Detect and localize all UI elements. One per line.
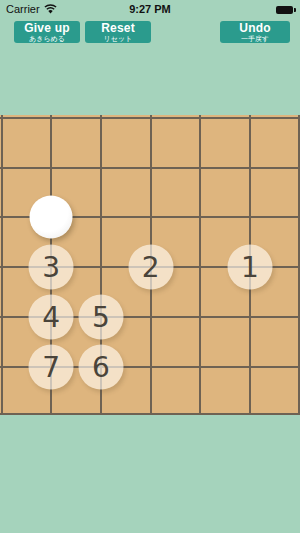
- move-marker-5: 5: [78, 294, 123, 339]
- move-marker-7: 7: [29, 344, 74, 389]
- reset-label: Reset: [101, 22, 135, 34]
- move-marker-6: 6: [78, 344, 123, 389]
- give-up-button[interactable]: Give up あきらめる: [14, 21, 80, 43]
- status-time: 9:27 PM: [0, 3, 300, 15]
- go-board[interactable]: 1234567: [0, 115, 300, 415]
- grid-line-vertical: [298, 115, 300, 415]
- undo-label: Undo: [239, 22, 270, 34]
- move-marker-1: 1: [228, 245, 273, 290]
- app-screen: Carrier 9:27 PM Give up あきらめる Reset リセット…: [0, 0, 300, 533]
- grid-line-vertical: [199, 115, 201, 415]
- undo-button[interactable]: Undo 一手戻す: [220, 21, 290, 43]
- reset-button[interactable]: Reset リセット: [85, 21, 151, 43]
- move-marker-3: 3: [29, 245, 74, 290]
- toolbar: Give up あきらめる Reset リセット Undo 一手戻す: [14, 21, 290, 43]
- undo-sublabel: 一手戻す: [241, 35, 269, 43]
- reset-sublabel: リセット: [104, 35, 133, 43]
- white-stone: [30, 196, 73, 239]
- grid-line-vertical: [1, 115, 3, 415]
- give-up-sublabel: あきらめる: [29, 35, 65, 43]
- move-marker-2: 2: [128, 245, 173, 290]
- grid-line-horizontal: [0, 413, 300, 415]
- give-up-label: Give up: [24, 22, 69, 34]
- battery-icon: [276, 6, 293, 14]
- status-bar: Carrier 9:27 PM: [0, 0, 300, 20]
- grid-line-horizontal: [0, 117, 300, 119]
- move-marker-4: 4: [29, 294, 74, 339]
- grid-line-horizontal: [0, 167, 300, 169]
